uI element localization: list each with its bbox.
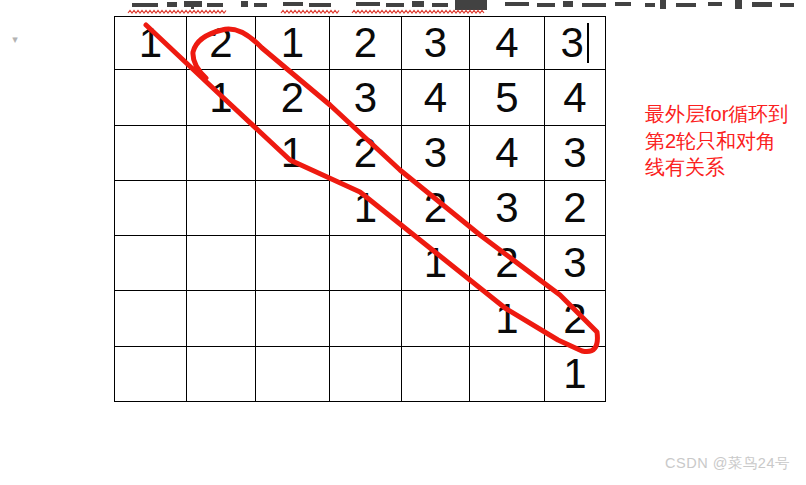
cell-value: 2 [281, 74, 304, 122]
grid-cell-r3c3[interactable]: 1 [330, 181, 402, 236]
grid-cell-r4c1[interactable] [187, 236, 256, 291]
grid-cell-r3c2[interactable] [256, 181, 330, 236]
grid-cell-r2c4[interactable]: 3 [402, 126, 470, 181]
cell-value: 2 [354, 19, 377, 67]
cell-value: 1 [495, 295, 518, 343]
annotation-line-1: 最外层for循环到 [645, 101, 803, 128]
grid-cell-r3c6[interactable]: 2 [545, 181, 606, 236]
outline-collapse-marker-icon[interactable]: ▾ [8, 33, 22, 45]
text-fragment-rects [132, 0, 794, 10]
cell-value: 4 [495, 19, 518, 67]
grid-cell-r3c5[interactable]: 3 [470, 181, 545, 236]
grid-cell-r5c3[interactable] [330, 291, 402, 347]
cell-value: 4 [495, 129, 518, 177]
cell-value: 3 [561, 19, 584, 67]
grid-cell-r5c4[interactable] [402, 291, 470, 347]
grid-cell-r3c0[interactable] [115, 181, 187, 236]
cell-value: 2 [563, 295, 586, 343]
cell-value: 4 [563, 74, 586, 122]
cell-value: 2 [209, 19, 232, 67]
grid-cell-r6c6[interactable]: 1 [545, 347, 606, 402]
grid-cell-r1c0[interactable] [115, 70, 187, 126]
grid-cell-r5c0[interactable] [115, 291, 187, 347]
text-caret [587, 23, 590, 63]
grid-cell-r2c6[interactable]: 3 [545, 126, 606, 181]
grid-cell-r1c3[interactable]: 3 [330, 70, 402, 126]
grid-cell-r0c0[interactable]: 1 [115, 17, 187, 70]
grid-cell-r2c3[interactable]: 2 [330, 126, 402, 181]
grid-cell-r5c5[interactable]: 1 [470, 291, 545, 347]
grid-cell-r4c4[interactable]: 1 [402, 236, 470, 291]
grid-cell-r4c6[interactable]: 3 [545, 236, 606, 291]
cell-value: 2 [563, 184, 586, 232]
annotation-text: 最外层for循环到 第2轮只和对角 线有关系 [645, 101, 803, 181]
cell-value: 3 [354, 74, 377, 122]
cell-value: 1 [354, 184, 377, 232]
cell-value: 2 [354, 129, 377, 177]
grid-cell-r4c5[interactable]: 2 [470, 236, 545, 291]
cell-value: 1 [424, 239, 447, 287]
grid-cell-r0c3[interactable]: 2 [330, 17, 402, 70]
grid-cell-r0c1[interactable]: 2 [187, 17, 256, 70]
grid-cell-r3c4[interactable]: 2 [402, 181, 470, 236]
grid-cell-r5c1[interactable] [187, 291, 256, 347]
grid-cell-r6c5[interactable] [470, 347, 545, 402]
grid-cell-r0c4[interactable]: 3 [402, 17, 470, 70]
cell-value: 3 [424, 19, 447, 67]
grid-cell-r4c0[interactable] [115, 236, 187, 291]
csdn-watermark: CSDN @菜鸟24号 [665, 454, 790, 473]
grid-cell-r3c1[interactable] [187, 181, 256, 236]
grid-cell-r4c3[interactable] [330, 236, 402, 291]
dp-table-grid: 1212343123454123431232123121 [114, 16, 606, 402]
cell-value: 3 [495, 184, 518, 232]
cell-value: 1 [139, 19, 162, 67]
grid-cell-r2c0[interactable] [115, 126, 187, 181]
grid-cell-r6c2[interactable] [256, 347, 330, 402]
cell-value: 1 [281, 19, 304, 67]
cell-value: 5 [495, 74, 518, 122]
grid-cell-r0c6[interactable]: 3 [545, 17, 606, 70]
grid-cell-r2c1[interactable] [187, 126, 256, 181]
grid-cell-r4c2[interactable] [256, 236, 330, 291]
grid-cell-r6c0[interactable] [115, 347, 187, 402]
cell-value: 1 [281, 129, 304, 177]
grid-cell-r0c5[interactable]: 4 [470, 17, 545, 70]
grid-cell-r1c4[interactable]: 4 [402, 70, 470, 126]
cell-value: 1 [209, 74, 232, 122]
cell-value: 3 [563, 239, 586, 287]
grid-cell-r1c2[interactable]: 2 [256, 70, 330, 126]
grid-cell-r6c1[interactable] [187, 347, 256, 402]
annotation-line-2: 第2轮只和对角 [645, 128, 803, 155]
spellcheck-squiggle-underlines [128, 11, 484, 14]
annotation-line-3: 线有关系 [645, 154, 803, 181]
cell-value: 4 [424, 74, 447, 122]
cell-value: 1 [563, 350, 586, 398]
clipped-text-fragments [0, 0, 806, 17]
grid-cell-r6c4[interactable] [402, 347, 470, 402]
grid-cell-r2c5[interactable]: 4 [470, 126, 545, 181]
cell-value: 3 [424, 129, 447, 177]
cell-value: 3 [563, 129, 586, 177]
grid-cell-r5c6[interactable]: 2 [545, 291, 606, 347]
cell-value: 2 [424, 184, 447, 232]
page: ▾ 1212343123454123431232123121 最外层for循环到… [0, 0, 806, 485]
cell-value: 2 [495, 239, 518, 287]
grid-cell-r1c5[interactable]: 5 [470, 70, 545, 126]
grid-cell-r1c6[interactable]: 4 [545, 70, 606, 126]
grid-cell-r2c2[interactable]: 1 [256, 126, 330, 181]
grid-cell-r1c1[interactable]: 1 [187, 70, 256, 126]
grid-cell-r0c2[interactable]: 1 [256, 17, 330, 70]
grid-cell-r5c2[interactable] [256, 291, 330, 347]
grid-cell-r6c3[interactable] [330, 347, 402, 402]
